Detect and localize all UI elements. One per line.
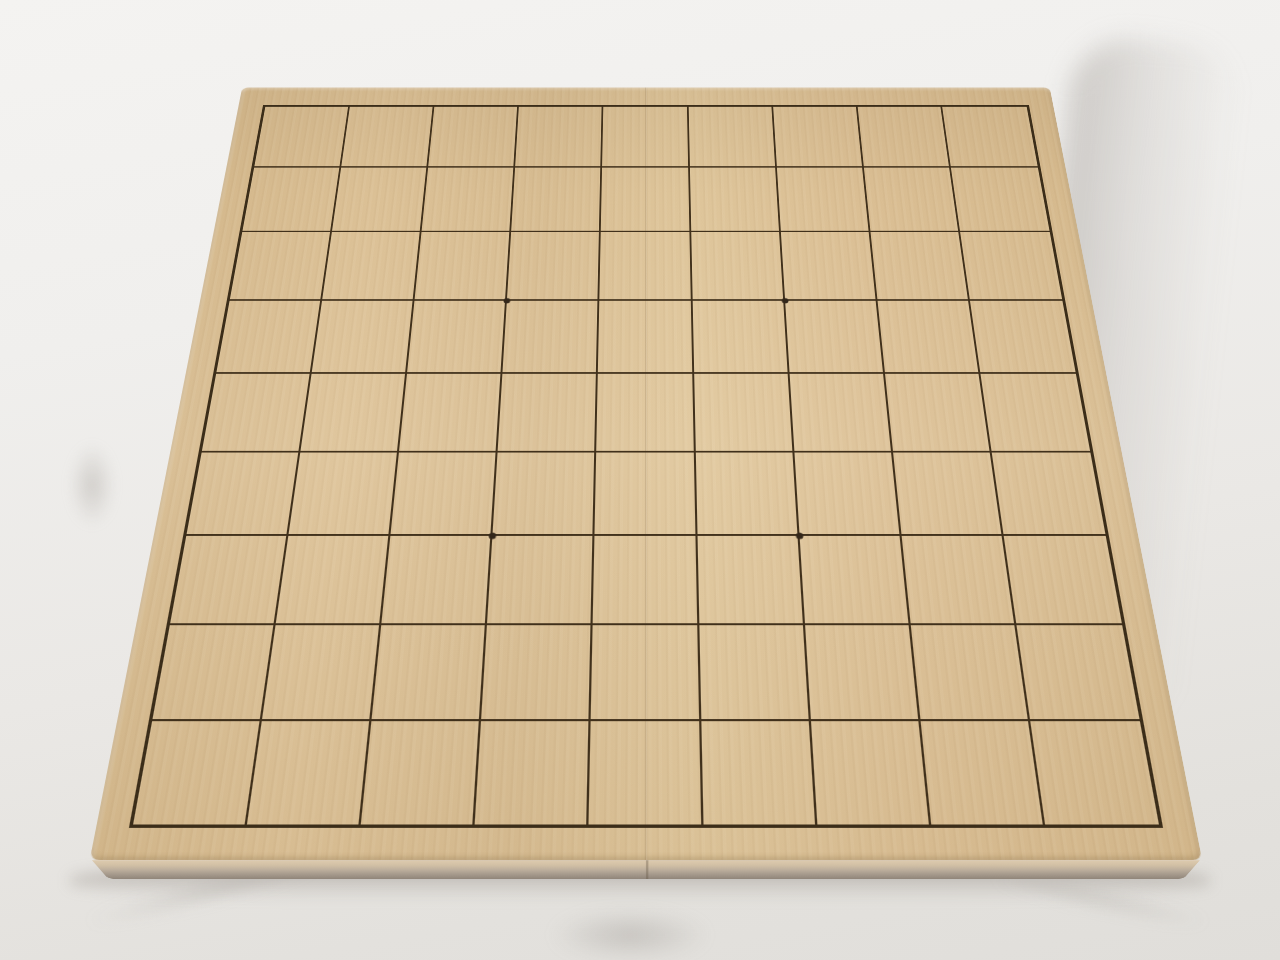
board-square[interactable] xyxy=(781,232,878,301)
board-square[interactable] xyxy=(799,536,910,625)
board-square[interactable] xyxy=(785,301,885,374)
board-square[interactable] xyxy=(691,232,785,301)
board-square[interactable] xyxy=(254,107,350,168)
board-square[interactable] xyxy=(857,107,950,168)
board-square[interactable] xyxy=(951,168,1050,233)
board-square[interactable] xyxy=(262,625,382,721)
board-square[interactable] xyxy=(697,536,805,625)
board-square[interactable] xyxy=(1016,625,1140,721)
board-square[interactable] xyxy=(332,168,428,233)
board-square[interactable] xyxy=(773,107,864,168)
board-square[interactable] xyxy=(475,721,591,824)
board-square[interactable] xyxy=(690,168,781,233)
board-square[interactable] xyxy=(600,232,693,301)
board-square[interactable] xyxy=(992,452,1106,535)
board-square[interactable] xyxy=(1030,721,1159,824)
hoshi-star-point xyxy=(781,298,788,303)
board-square[interactable] xyxy=(152,625,276,721)
board-square[interactable] xyxy=(515,107,603,168)
photo-background xyxy=(0,0,1280,960)
board-square[interactable] xyxy=(341,107,434,168)
board-square[interactable] xyxy=(276,536,391,625)
board-square[interactable] xyxy=(216,301,322,374)
shogi-board xyxy=(90,87,1203,860)
board-square[interactable] xyxy=(877,301,980,374)
board-square[interactable] xyxy=(503,301,600,374)
board-square[interactable] xyxy=(911,625,1031,721)
board-square[interactable] xyxy=(694,374,794,452)
board-square[interactable] xyxy=(701,721,817,824)
board-square[interactable] xyxy=(598,301,694,374)
board-square[interactable] xyxy=(695,452,799,535)
board-square[interactable] xyxy=(498,374,598,452)
board-square[interactable] xyxy=(970,301,1076,374)
board-square[interactable] xyxy=(415,232,512,301)
board-square[interactable] xyxy=(170,536,289,625)
board-square[interactable] xyxy=(777,168,871,233)
board-square[interactable] xyxy=(133,721,262,824)
board-square[interactable] xyxy=(870,232,970,301)
board-square[interactable] xyxy=(186,452,300,535)
fold-seam-front-icon xyxy=(646,860,648,879)
board-square[interactable] xyxy=(422,168,516,233)
board-square[interactable] xyxy=(361,721,481,824)
board-square[interactable] xyxy=(407,301,507,374)
board-square[interactable] xyxy=(699,625,811,721)
hoshi-star-point xyxy=(489,532,497,538)
board-square[interactable] xyxy=(595,452,697,535)
board-front-side xyxy=(92,860,1200,879)
board-square[interactable] xyxy=(589,721,703,824)
board-square[interactable] xyxy=(391,452,498,535)
board-square[interactable] xyxy=(692,301,789,374)
board-square[interactable] xyxy=(399,374,503,452)
board-square[interactable] xyxy=(591,625,701,721)
board-square[interactable] xyxy=(597,374,696,452)
board-square[interactable] xyxy=(381,536,492,625)
board-square[interactable] xyxy=(942,107,1038,168)
board-surface xyxy=(90,87,1203,860)
board-square[interactable] xyxy=(507,232,601,301)
board-square[interactable] xyxy=(487,536,595,625)
board-square[interactable] xyxy=(893,452,1004,535)
board-square[interactable] xyxy=(805,625,921,721)
board-scene xyxy=(0,0,1280,960)
board-square[interactable] xyxy=(602,107,689,168)
board-square[interactable] xyxy=(481,625,593,721)
board-grid xyxy=(129,105,1163,828)
board-square[interactable] xyxy=(312,301,415,374)
board-square[interactable] xyxy=(428,107,519,168)
board-square[interactable] xyxy=(901,536,1016,625)
board-square[interactable] xyxy=(811,721,931,824)
board-square[interactable] xyxy=(372,625,488,721)
board-square[interactable] xyxy=(789,374,893,452)
board-square[interactable] xyxy=(1004,536,1123,625)
board-square[interactable] xyxy=(247,721,372,824)
board-square[interactable] xyxy=(794,452,901,535)
board-square[interactable] xyxy=(202,374,312,452)
board-square[interactable] xyxy=(688,107,776,168)
board-square[interactable] xyxy=(980,374,1090,452)
board-square[interactable] xyxy=(864,168,960,233)
board-square[interactable] xyxy=(230,232,332,301)
hoshi-star-point xyxy=(795,532,803,538)
board-square[interactable] xyxy=(322,232,422,301)
board-square[interactable] xyxy=(288,452,399,535)
board-square[interactable] xyxy=(242,168,341,233)
board-square[interactable] xyxy=(920,721,1045,824)
board-square[interactable] xyxy=(885,374,992,452)
board-square[interactable] xyxy=(593,536,699,625)
board-square[interactable] xyxy=(300,374,407,452)
board-square[interactable] xyxy=(601,168,691,233)
board-square[interactable] xyxy=(511,168,602,233)
board-square[interactable] xyxy=(493,452,597,535)
board-square[interactable] xyxy=(960,232,1062,301)
